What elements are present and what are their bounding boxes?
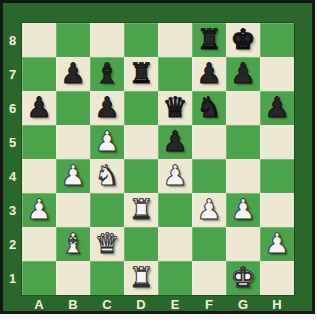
file-label-d: D: [124, 295, 158, 313]
piece-white-pawn: ♟: [230, 193, 255, 227]
square-h5[interactable]: [260, 125, 294, 159]
rank-label-8: 8: [3, 23, 22, 57]
rank-labels: 87654321: [3, 23, 22, 295]
square-d8[interactable]: [124, 23, 158, 57]
file-label-c: C: [90, 295, 124, 313]
square-e2[interactable]: [158, 227, 192, 261]
square-g4[interactable]: [226, 159, 260, 193]
square-h4[interactable]: [260, 159, 294, 193]
piece-black-pawn: ♟: [230, 57, 255, 91]
piece-white-queen: ♛: [94, 227, 119, 261]
piece-white-rook: ♜: [128, 261, 153, 295]
square-f5[interactable]: [192, 125, 226, 159]
square-f4[interactable]: [192, 159, 226, 193]
chess-board: ♜♚♟♝♜♟♟♟♟♛♞♟♟♟♟♞♟♟♜♟♟♝♛♟♜♚: [22, 23, 294, 295]
square-h1[interactable]: [260, 261, 294, 295]
file-label-b: B: [56, 295, 90, 313]
rank-label-6: 6: [3, 91, 22, 125]
piece-black-king: ♚: [230, 23, 255, 57]
board-frame: 87654321 ♜♚♟♝♜♟♟♟♟♛♞♟♟♟♟♞♟♟♜♟♟♝♛♟♜♚ ABCD…: [0, 0, 315, 314]
file-label-h: H: [260, 295, 294, 313]
square-d1[interactable]: ♜: [124, 261, 158, 295]
piece-black-pawn: ♟: [264, 91, 289, 125]
piece-white-knight: ♞: [94, 159, 119, 193]
square-b7[interactable]: ♟: [56, 57, 90, 91]
square-e1[interactable]: [158, 261, 192, 295]
square-f7[interactable]: ♟: [192, 57, 226, 91]
square-b1[interactable]: [56, 261, 90, 295]
square-a5[interactable]: [22, 125, 56, 159]
file-label-e: E: [158, 295, 192, 313]
square-f8[interactable]: ♜: [192, 23, 226, 57]
rank-label-2: 2: [3, 227, 22, 261]
square-e3[interactable]: [158, 193, 192, 227]
piece-white-bishop: ♝: [60, 227, 85, 261]
square-a4[interactable]: [22, 159, 56, 193]
square-g3[interactable]: ♟: [226, 193, 260, 227]
square-g8[interactable]: ♚: [226, 23, 260, 57]
square-b5[interactable]: [56, 125, 90, 159]
square-d3[interactable]: ♜: [124, 193, 158, 227]
piece-white-pawn: ♟: [94, 125, 119, 159]
square-e5[interactable]: ♟: [158, 125, 192, 159]
square-f1[interactable]: [192, 261, 226, 295]
rank-label-5: 5: [3, 125, 22, 159]
square-c1[interactable]: [90, 261, 124, 295]
piece-black-rook: ♜: [128, 57, 153, 91]
rank-label-4: 4: [3, 159, 22, 193]
square-a7[interactable]: [22, 57, 56, 91]
file-label-g: G: [226, 295, 260, 313]
file-label-a: A: [22, 295, 56, 313]
square-c6[interactable]: ♟: [90, 91, 124, 125]
square-b2[interactable]: ♝: [56, 227, 90, 261]
square-b6[interactable]: [56, 91, 90, 125]
piece-white-pawn: ♟: [162, 159, 187, 193]
piece-white-king: ♚: [230, 261, 255, 295]
piece-black-bishop: ♝: [94, 57, 119, 91]
rank-label-1: 1: [3, 261, 22, 295]
piece-black-pawn: ♟: [196, 57, 221, 91]
square-c4[interactable]: ♞: [90, 159, 124, 193]
board-layout: 87654321 ♜♚♟♝♜♟♟♟♟♛♞♟♟♟♟♞♟♟♜♟♟♝♛♟♜♚ ABCD…: [3, 3, 312, 313]
square-c7[interactable]: ♝: [90, 57, 124, 91]
square-g5[interactable]: [226, 125, 260, 159]
square-f6[interactable]: ♞: [192, 91, 226, 125]
square-b8[interactable]: [56, 23, 90, 57]
square-g1[interactable]: ♚: [226, 261, 260, 295]
square-g7[interactable]: ♟: [226, 57, 260, 91]
square-h6[interactable]: ♟: [260, 91, 294, 125]
square-h3[interactable]: [260, 193, 294, 227]
square-d7[interactable]: ♜: [124, 57, 158, 91]
piece-black-pawn: ♟: [162, 125, 187, 159]
square-c5[interactable]: ♟: [90, 125, 124, 159]
piece-black-rook: ♜: [196, 23, 221, 57]
square-d6[interactable]: [124, 91, 158, 125]
piece-white-rook: ♜: [128, 193, 153, 227]
square-c2[interactable]: ♛: [90, 227, 124, 261]
square-a6[interactable]: ♟: [22, 91, 56, 125]
square-d4[interactable]: [124, 159, 158, 193]
file-labels: ABCDEFGH: [22, 295, 294, 313]
square-d5[interactable]: [124, 125, 158, 159]
square-g2[interactable]: [226, 227, 260, 261]
square-e6[interactable]: ♛: [158, 91, 192, 125]
piece-black-pawn: ♟: [60, 57, 85, 91]
square-e7[interactable]: [158, 57, 192, 91]
piece-white-pawn: ♟: [196, 193, 221, 227]
square-g6[interactable]: [226, 91, 260, 125]
rank-label-7: 7: [3, 57, 22, 91]
square-d2[interactable]: [124, 227, 158, 261]
square-e8[interactable]: [158, 23, 192, 57]
square-a8[interactable]: [22, 23, 56, 57]
file-label-f: F: [192, 295, 226, 313]
piece-white-pawn: ♟: [264, 227, 289, 261]
square-h7[interactable]: [260, 57, 294, 91]
square-a1[interactable]: [22, 261, 56, 295]
rank-label-3: 3: [3, 193, 22, 227]
piece-black-knight: ♞: [196, 91, 221, 125]
square-f3[interactable]: ♟: [192, 193, 226, 227]
piece-black-queen: ♛: [162, 91, 187, 125]
square-c3[interactable]: [90, 193, 124, 227]
piece-white-pawn: ♟: [26, 193, 51, 227]
piece-white-pawn: ♟: [60, 159, 85, 193]
piece-black-pawn: ♟: [94, 91, 119, 125]
square-c8[interactable]: [90, 23, 124, 57]
square-b3[interactable]: [56, 193, 90, 227]
square-f2[interactable]: [192, 227, 226, 261]
square-a2[interactable]: [22, 227, 56, 261]
square-e4[interactable]: ♟: [158, 159, 192, 193]
piece-black-pawn: ♟: [26, 91, 51, 125]
square-a3[interactable]: ♟: [22, 193, 56, 227]
square-b4[interactable]: ♟: [56, 159, 90, 193]
square-h8[interactable]: [260, 23, 294, 57]
square-h2[interactable]: ♟: [260, 227, 294, 261]
